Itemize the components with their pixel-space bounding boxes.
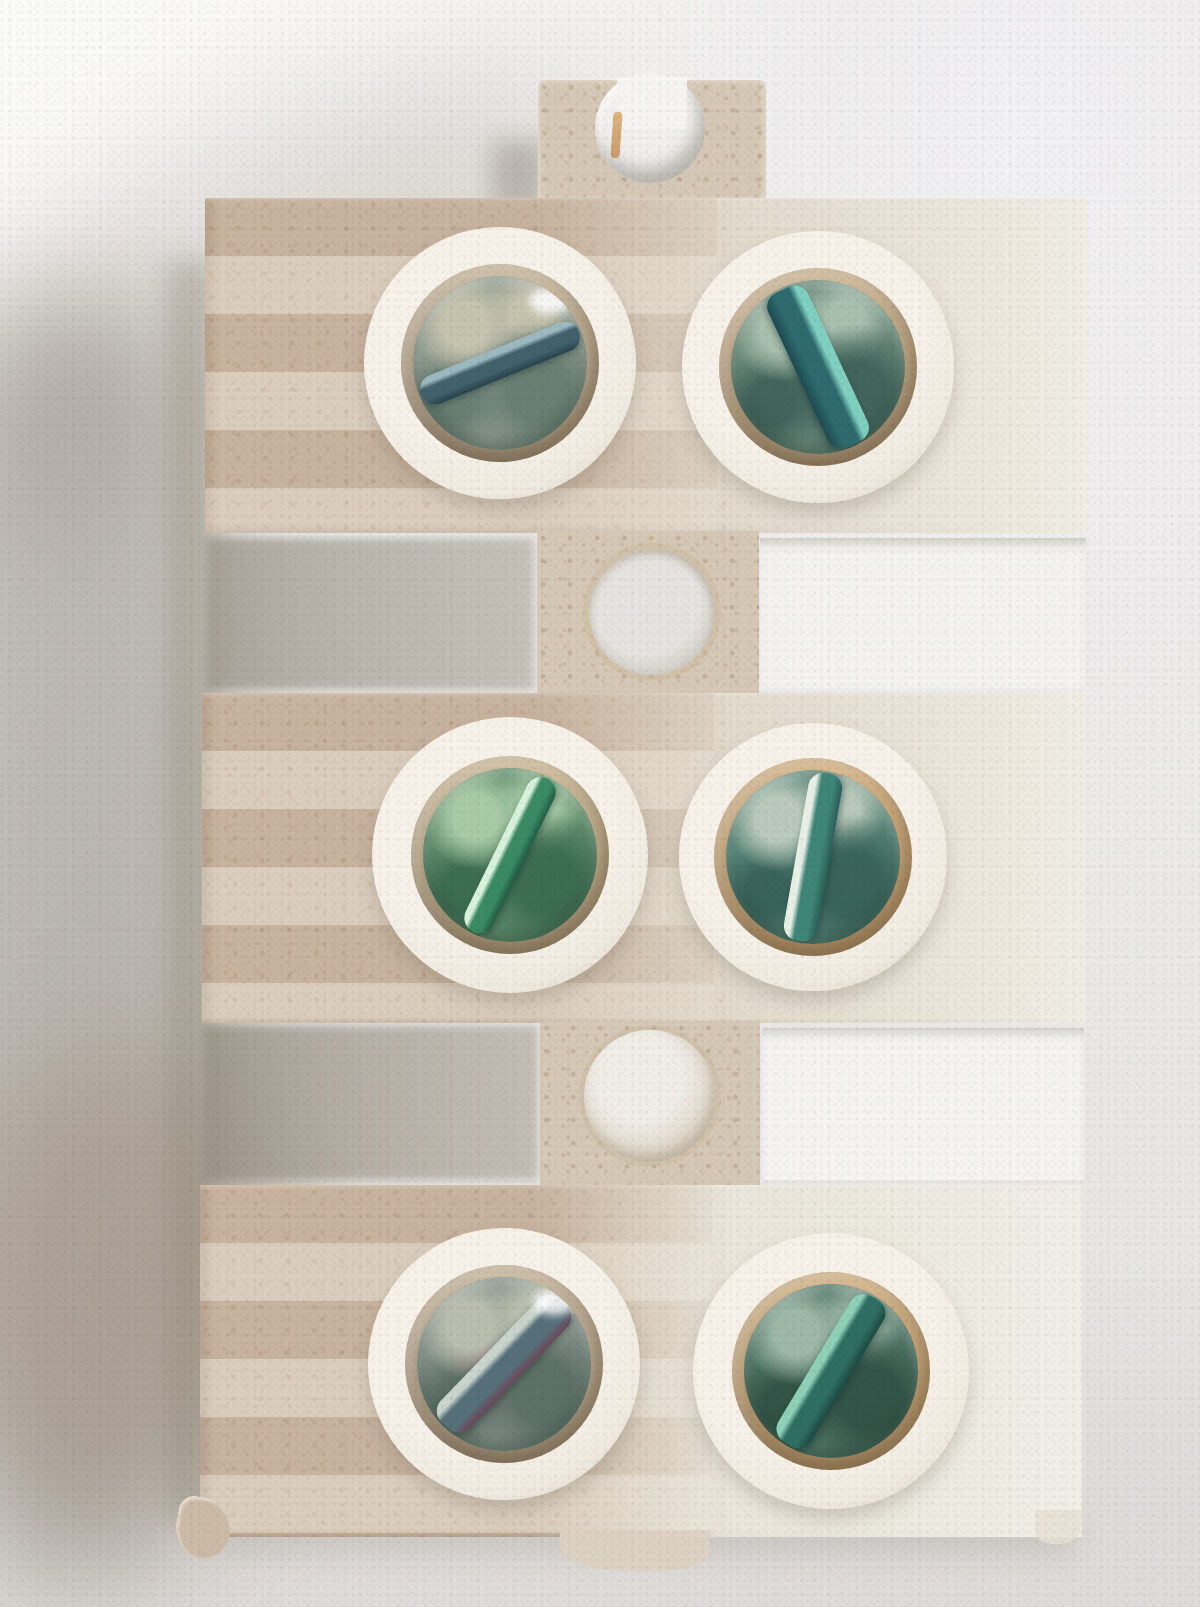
screw-head: [417, 1277, 591, 1451]
plastic-chip-middle: [560, 1530, 710, 1572]
screw-slot: [459, 772, 560, 938]
screw-slot: [781, 770, 844, 943]
gap-shadow-upper: [206, 538, 534, 690]
gap-light-lower: [762, 1028, 1084, 1180]
spine-hole-upper: [589, 549, 715, 675]
screw-head: [731, 280, 905, 454]
mounting-tab: [538, 80, 766, 202]
screw-slot: [762, 281, 874, 454]
plastic-chip-right: [1035, 1510, 1081, 1544]
screw-head: [423, 768, 597, 942]
gap-shadow-lower: [204, 1026, 538, 1180]
gap-light-upper: [760, 538, 1086, 688]
spine-hole-lower: [584, 1030, 716, 1162]
screw-head: [726, 770, 900, 944]
screw-head: [744, 1284, 918, 1458]
segment-top: [205, 198, 1087, 533]
screw-slot: [771, 1288, 891, 1453]
wire-notch-opening: [617, 77, 687, 129]
screw-head: [413, 276, 587, 450]
screw-slot: [416, 317, 585, 408]
terminal-block-photo: [0, 0, 1200, 1607]
